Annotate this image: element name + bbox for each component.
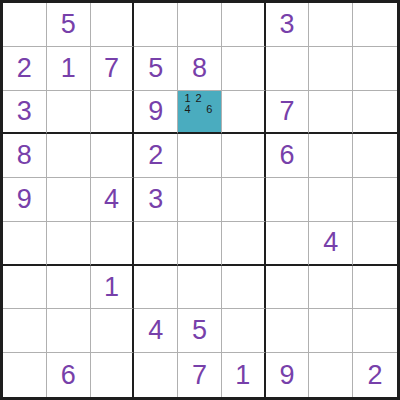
pencil-mark-6: 6 <box>204 104 215 115</box>
cell-r1c2[interactable]: 5 <box>47 3 91 47</box>
cell-r4c9[interactable] <box>353 134 397 178</box>
cell-r4c4[interactable]: 2 <box>134 134 178 178</box>
cell-r9c3[interactable] <box>91 353 135 397</box>
cell-r8c7[interactable] <box>266 309 310 353</box>
cell-r3c4[interactable]: 9 <box>134 91 178 135</box>
cell-r8c9[interactable] <box>353 309 397 353</box>
cell-r1c3[interactable] <box>91 3 135 47</box>
cell-r5c3[interactable]: 4 <box>91 178 135 222</box>
cell-r5c4[interactable]: 3 <box>134 178 178 222</box>
cell-r8c2[interactable] <box>47 309 91 353</box>
cell-r4c3[interactable] <box>91 134 135 178</box>
cell-r5c7[interactable] <box>266 178 310 222</box>
cell-r3c6[interactable] <box>222 91 266 135</box>
pencil-mark-4: 4 <box>182 104 193 115</box>
cell-r6c3[interactable] <box>91 222 135 266</box>
cell-r1c9[interactable] <box>353 3 397 47</box>
pencil-mark-9 <box>204 115 215 125</box>
cell-r5c9[interactable] <box>353 178 397 222</box>
cell-r8c4[interactable]: 4 <box>134 309 178 353</box>
cell-r9c9[interactable]: 2 <box>353 353 397 397</box>
cell-r9c6[interactable]: 1 <box>222 353 266 397</box>
pencil-mark-7 <box>182 115 193 125</box>
cell-r6c6[interactable] <box>222 222 266 266</box>
cell-r8c5[interactable]: 5 <box>178 309 222 353</box>
cell-r7c9[interactable] <box>353 266 397 310</box>
cell-r2c5[interactable]: 8 <box>178 47 222 91</box>
cell-r9c1[interactable] <box>3 353 47 397</box>
cell-r8c1[interactable] <box>3 309 47 353</box>
cell-r2c7[interactable] <box>266 47 310 91</box>
cell-r9c4[interactable] <box>134 353 178 397</box>
cell-r2c3[interactable]: 7 <box>91 47 135 91</box>
cell-r1c4[interactable] <box>134 3 178 47</box>
cell-r5c8[interactable] <box>309 178 353 222</box>
cell-r6c1[interactable] <box>3 222 47 266</box>
cell-r1c8[interactable] <box>309 3 353 47</box>
cell-r3c2[interactable] <box>47 91 91 135</box>
pencil-mark-5 <box>193 104 204 115</box>
cell-r6c5[interactable] <box>178 222 222 266</box>
cell-r4c1[interactable]: 8 <box>3 134 47 178</box>
cell-r7c7[interactable] <box>266 266 310 310</box>
cell-r8c3[interactable] <box>91 309 135 353</box>
cell-r7c4[interactable] <box>134 266 178 310</box>
pencil-mark-3 <box>204 93 215 104</box>
cell-r1c7[interactable]: 3 <box>266 3 310 47</box>
cell-r9c5[interactable]: 7 <box>178 353 222 397</box>
sudoku-board: 53217583912467826943414567192 <box>0 0 400 400</box>
cell-r4c5[interactable] <box>178 134 222 178</box>
pencil-mark-8 <box>193 115 204 125</box>
cell-r1c5[interactable] <box>178 3 222 47</box>
pencil-marks: 1246 <box>182 93 215 125</box>
cell-r3c8[interactable] <box>309 91 353 135</box>
cell-r6c2[interactable] <box>47 222 91 266</box>
cell-r4c6[interactable] <box>222 134 266 178</box>
cell-r7c6[interactable] <box>222 266 266 310</box>
cell-r5c6[interactable] <box>222 178 266 222</box>
cell-r3c1[interactable]: 3 <box>3 91 47 135</box>
pencil-mark-1: 1 <box>182 93 193 104</box>
cell-r2c2[interactable]: 1 <box>47 47 91 91</box>
cell-r7c1[interactable] <box>3 266 47 310</box>
cell-r3c9[interactable] <box>353 91 397 135</box>
cell-r9c2[interactable]: 6 <box>47 353 91 397</box>
cell-r2c8[interactable] <box>309 47 353 91</box>
cell-r1c6[interactable] <box>222 3 266 47</box>
cell-r2c6[interactable] <box>222 47 266 91</box>
cell-r1c1[interactable] <box>3 3 47 47</box>
cell-r5c5[interactable] <box>178 178 222 222</box>
cell-r3c7[interactable]: 7 <box>266 91 310 135</box>
cell-r6c8[interactable]: 4 <box>309 222 353 266</box>
cell-r6c4[interactable] <box>134 222 178 266</box>
cell-r3c5[interactable]: 1246 <box>178 91 222 135</box>
cell-r3c3[interactable] <box>91 91 135 135</box>
cell-r4c2[interactable] <box>47 134 91 178</box>
cell-r8c6[interactable] <box>222 309 266 353</box>
cell-r2c4[interactable]: 5 <box>134 47 178 91</box>
cell-r2c9[interactable] <box>353 47 397 91</box>
cell-r4c7[interactable]: 6 <box>266 134 310 178</box>
cell-r5c1[interactable]: 9 <box>3 178 47 222</box>
cell-r2c1[interactable]: 2 <box>3 47 47 91</box>
cell-r8c8[interactable] <box>309 309 353 353</box>
cell-r6c7[interactable] <box>266 222 310 266</box>
pencil-mark-2: 2 <box>193 93 204 104</box>
cell-r7c5[interactable] <box>178 266 222 310</box>
cell-r7c2[interactable] <box>47 266 91 310</box>
cell-r4c8[interactable] <box>309 134 353 178</box>
cell-r5c2[interactable] <box>47 178 91 222</box>
cell-r7c3[interactable]: 1 <box>91 266 135 310</box>
cell-r6c9[interactable] <box>353 222 397 266</box>
cell-r9c7[interactable]: 9 <box>266 353 310 397</box>
cell-r9c8[interactable] <box>309 353 353 397</box>
cell-r7c8[interactable] <box>309 266 353 310</box>
